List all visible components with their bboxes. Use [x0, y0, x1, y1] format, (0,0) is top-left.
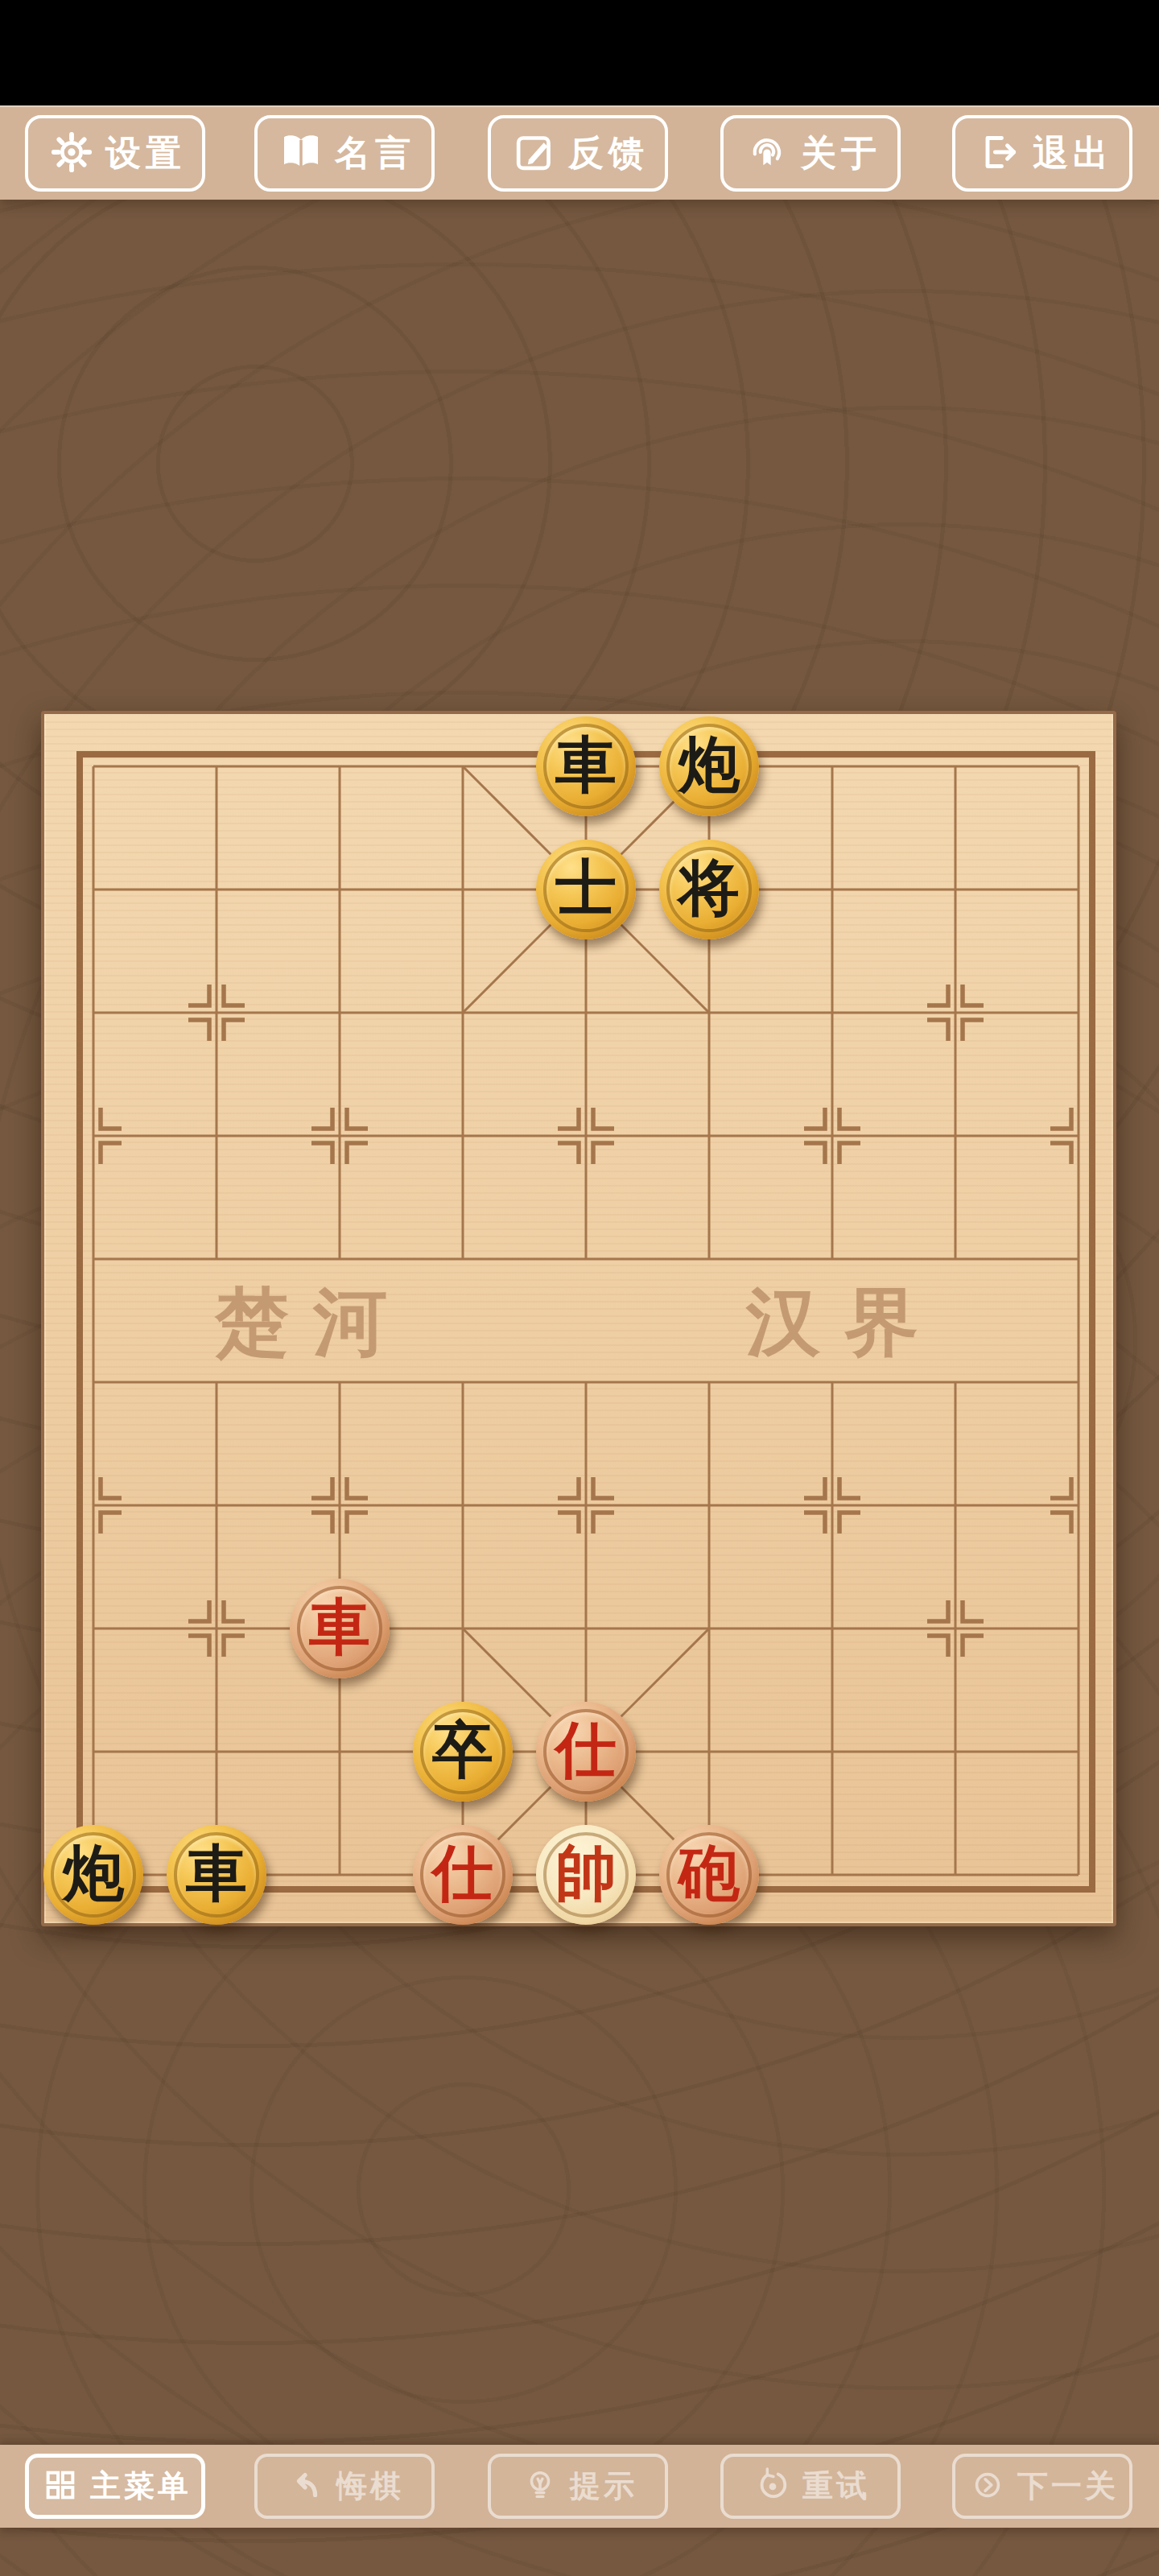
piece-black-cannon[interactable]: 炮: [659, 716, 759, 816]
piece-character: 車: [309, 1596, 370, 1657]
undo-button[interactable]: 悔棋: [254, 2454, 435, 2519]
next-level-button[interactable]: 下一关: [952, 2454, 1132, 2519]
piece-character: 車: [186, 1843, 247, 1904]
settings-label: 设置: [105, 130, 186, 177]
exit-label: 退出: [1033, 130, 1113, 177]
feedback-label: 反馈: [568, 130, 649, 177]
touch-icon: [744, 130, 790, 178]
xiangqi-board[interactable]: 楚河 汉界 車炮士将車卒仕炮車仕帥砲: [41, 711, 1116, 1926]
piece-red-chariot[interactable]: 車: [290, 1579, 390, 1678]
gear-icon: [49, 130, 94, 178]
retry-label: 重试: [802, 2466, 870, 2507]
piece-character: 仕: [555, 1719, 617, 1781]
piece-character: 帥: [555, 1843, 617, 1904]
lightbulb-icon: [522, 2467, 559, 2507]
exit-icon: [976, 130, 1021, 178]
piece-character: 炮: [63, 1843, 124, 1904]
status-bar: [0, 0, 1159, 105]
main-menu-button[interactable]: 主菜单: [25, 2454, 205, 2519]
piece-character: 将: [678, 857, 740, 919]
edit-icon: [512, 130, 557, 178]
hint-button[interactable]: 提示: [488, 2454, 668, 2519]
piece-black-general[interactable]: 将: [659, 840, 759, 939]
piece-red-advisor[interactable]: 仕: [536, 1702, 636, 1802]
piece-black-chariot[interactable]: 車: [167, 1825, 266, 1925]
bottom-toolbar: 主菜单 悔棋 提示: [0, 2445, 1159, 2528]
quotes-button[interactable]: 名言: [254, 115, 435, 192]
app-screen: 设置 名言 反馈: [0, 0, 1159, 2576]
piece-red-general[interactable]: 帥: [536, 1825, 636, 1925]
piece-black-chariot[interactable]: 車: [536, 716, 636, 816]
piece-character: 砲: [678, 1843, 740, 1904]
piece-black-advisor[interactable]: 士: [536, 840, 636, 939]
piece-black-pawn[interactable]: 卒: [413, 1702, 513, 1802]
piece-character: 仕: [432, 1843, 493, 1904]
piece-red-advisor[interactable]: 仕: [413, 1825, 513, 1925]
menu-grid-icon: [42, 2467, 79, 2507]
piece-red-cannon[interactable]: 砲: [659, 1825, 759, 1925]
quotes-label: 名言: [335, 130, 415, 177]
settings-button[interactable]: 设置: [25, 115, 205, 192]
river-label-chu-he: 楚河: [215, 1278, 411, 1366]
piece-character: 士: [555, 857, 617, 919]
piece-character: 卒: [432, 1719, 493, 1781]
about-label: 关于: [801, 130, 881, 177]
retry-icon: [754, 2467, 791, 2507]
top-toolbar: 设置 名言 反馈: [0, 105, 1159, 200]
feedback-button[interactable]: 反馈: [488, 115, 668, 192]
retry-button[interactable]: 重试: [720, 2454, 901, 2519]
exit-button[interactable]: 退出: [952, 115, 1132, 192]
piece-character: 車: [555, 734, 617, 795]
piece-black-cannon[interactable]: 炮: [43, 1825, 143, 1925]
about-button[interactable]: 关于: [720, 115, 901, 192]
piece-character: 炮: [678, 734, 740, 795]
undo-arrow-icon: [288, 2467, 325, 2507]
book-icon: [278, 130, 324, 178]
next-icon: [969, 2467, 1006, 2507]
undo-label: 悔棋: [336, 2466, 404, 2507]
river-label-han-jie: 汉界: [746, 1278, 942, 1366]
next-level-label: 下一关: [1017, 2466, 1119, 2507]
main-menu-label: 主菜单: [90, 2466, 192, 2507]
hint-label: 提示: [570, 2466, 637, 2507]
